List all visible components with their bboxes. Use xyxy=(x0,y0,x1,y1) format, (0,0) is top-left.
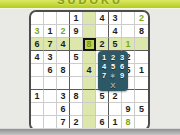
popup-key-row: 456 xyxy=(100,62,127,71)
cell-r8c6[interactable] xyxy=(96,103,109,116)
cell-r1c3[interactable] xyxy=(57,12,70,25)
popup-key-5[interactable]: 5 xyxy=(109,62,118,71)
cell-r6c9[interactable] xyxy=(135,77,148,90)
cell-r6c2[interactable] xyxy=(44,77,57,90)
cell-r8c8[interactable]: 9 xyxy=(122,103,135,116)
cell-r4c4[interactable]: 5 xyxy=(70,51,83,64)
cell-r1c7[interactable]: 3 xyxy=(109,12,122,25)
cell-r5c4[interactable] xyxy=(70,64,83,77)
popup-key-3[interactable]: 3 xyxy=(118,53,127,62)
cell-r2c9[interactable]: 8 xyxy=(135,25,148,38)
cell-r4c1[interactable]: 4 xyxy=(31,51,44,64)
footer-bar xyxy=(0,128,180,135)
cell-r8c2[interactable] xyxy=(44,103,57,116)
cell-r8c5[interactable] xyxy=(83,103,96,116)
cell-r3c1[interactable]: 6 xyxy=(31,38,44,51)
cell-r4c2[interactable]: 3 xyxy=(44,51,57,64)
cell-r8c3[interactable]: 6 xyxy=(57,103,70,116)
cell-r6c3[interactable] xyxy=(57,77,70,90)
cell-r7c1[interactable]: 1 xyxy=(31,90,44,103)
cell-r7c2[interactable] xyxy=(44,90,57,103)
cell-r3c2[interactable]: 7 xyxy=(44,38,57,51)
cell-r5c2[interactable]: 6 xyxy=(44,64,57,77)
cell-r4c5[interactable] xyxy=(83,51,96,64)
cell-r6c4[interactable] xyxy=(70,77,83,90)
cell-r7c3[interactable]: 3 xyxy=(57,90,70,103)
cell-r8c9[interactable]: 5 xyxy=(135,103,148,116)
cell-r2c8[interactable] xyxy=(122,25,135,38)
cell-r1c5[interactable] xyxy=(83,12,96,25)
cell-r7c5[interactable] xyxy=(83,90,96,103)
cell-r8c7[interactable] xyxy=(109,103,122,116)
cell-r1c2[interactable] xyxy=(44,12,57,25)
cell-r7c8[interactable] xyxy=(122,90,135,103)
cell-r8c4[interactable] xyxy=(70,103,83,116)
sudoku-board[interactable]: 143231294867482514352684511385269572618 xyxy=(29,10,150,131)
cell-r2c7[interactable]: 4 xyxy=(109,25,122,38)
cell-r1c1[interactable] xyxy=(31,12,44,25)
popup-key-row: 7∗9 xyxy=(100,71,127,80)
cell-r3c3[interactable]: 4 xyxy=(57,38,70,51)
cell-r6c1[interactable] xyxy=(31,77,44,90)
cell-r7c7[interactable]: 2 xyxy=(109,90,122,103)
cell-r2c2[interactable]: 1 xyxy=(44,25,57,38)
cell-r3c8[interactable]: 1 xyxy=(122,38,135,51)
cell-r6c5[interactable] xyxy=(83,77,96,90)
popup-cancel-button[interactable]: X xyxy=(99,81,127,90)
cell-r1c4[interactable]: 1 xyxy=(70,12,83,25)
cell-r1c6[interactable]: 4 xyxy=(96,12,109,25)
popup-key-row: 123 xyxy=(100,53,127,62)
cell-r2c3[interactable]: 2 xyxy=(57,25,70,38)
cell-r4c9[interactable] xyxy=(135,51,148,64)
cell-r3c7[interactable]: 5 xyxy=(109,38,122,51)
cell-r8c1[interactable] xyxy=(31,103,44,116)
cell-r2c1[interactable]: 3 xyxy=(31,25,44,38)
popup-key-9[interactable]: 9 xyxy=(118,71,127,80)
cell-r2c6[interactable] xyxy=(96,25,109,38)
sudoku-app: SUDOKU 143231294867482514352684511385269… xyxy=(0,0,180,135)
cell-r5c3[interactable]: 8 xyxy=(57,64,70,77)
cell-r3c5[interactable]: 8 xyxy=(83,38,96,51)
cell-r7c6[interactable]: 5 xyxy=(96,90,109,103)
cell-r5c9[interactable]: 1 xyxy=(135,64,148,77)
cell-r3c6[interactable]: 2 xyxy=(96,38,109,51)
popup-key-4[interactable]: 4 xyxy=(100,62,109,71)
popup-key-7[interactable]: 7 xyxy=(100,71,109,80)
cell-r7c4[interactable]: 8 xyxy=(70,90,83,103)
cell-r3c9[interactable] xyxy=(135,38,148,51)
cell-r3c4[interactable] xyxy=(70,38,83,51)
cell-r1c9[interactable]: 2 xyxy=(135,12,148,25)
cell-r7c9[interactable] xyxy=(135,90,148,103)
cell-r2c4[interactable]: 9 xyxy=(70,25,83,38)
number-picker-popup: 1234567∗9X xyxy=(98,51,128,91)
cell-r1c8[interactable] xyxy=(122,12,135,25)
cell-r5c1[interactable] xyxy=(31,64,44,77)
popup-key-8: ∗ xyxy=(109,71,118,80)
popup-key-2[interactable]: 2 xyxy=(109,53,118,62)
popup-key-1[interactable]: 1 xyxy=(100,53,109,62)
header-bar: SUDOKU xyxy=(0,0,180,9)
popup-key-6[interactable]: 6 xyxy=(118,62,127,71)
app-title: SUDOKU xyxy=(0,0,180,6)
cell-r4c3[interactable] xyxy=(57,51,70,64)
cell-r5c5[interactable]: 4 xyxy=(83,64,96,77)
cell-r2c5[interactable] xyxy=(83,25,96,38)
